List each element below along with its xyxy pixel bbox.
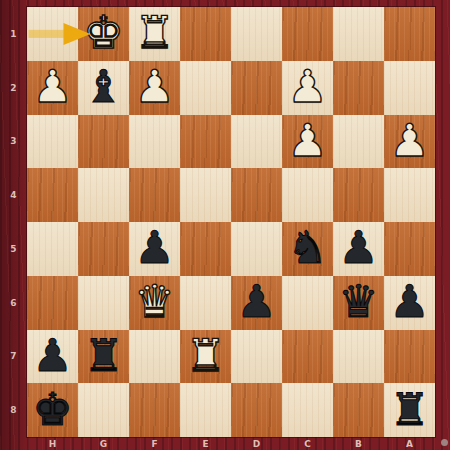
square-h3[interactable] xyxy=(27,115,78,169)
square-f3[interactable] xyxy=(129,115,180,169)
square-h1[interactable] xyxy=(27,7,78,61)
file-label-h: H xyxy=(27,437,78,450)
square-c3[interactable]: ♟ xyxy=(282,115,333,169)
square-b5[interactable]: ♟ xyxy=(333,222,384,276)
square-f1[interactable]: ♜ xyxy=(129,7,180,61)
piece-white-king[interactable]: ♚ xyxy=(83,10,123,55)
corner-dot[interactable] xyxy=(441,439,448,446)
square-g4[interactable] xyxy=(78,168,129,222)
square-e7[interactable]: ♜ xyxy=(180,330,231,384)
square-f7[interactable] xyxy=(129,330,180,384)
square-h6[interactable] xyxy=(27,276,78,330)
file-label-b: B xyxy=(333,437,384,450)
square-e6[interactable] xyxy=(180,276,231,330)
square-e8[interactable] xyxy=(180,383,231,437)
rank-label-1: 1 xyxy=(0,7,27,61)
square-d1[interactable] xyxy=(231,7,282,61)
piece-black-pawn[interactable]: ♟ xyxy=(32,333,72,378)
square-a1[interactable] xyxy=(384,7,435,61)
rank-labels: 12345678 xyxy=(0,7,27,437)
piece-black-pawn[interactable]: ♟ xyxy=(236,279,276,324)
file-label-d: D xyxy=(231,437,282,450)
square-e1[interactable] xyxy=(180,7,231,61)
piece-white-rook[interactable]: ♜ xyxy=(185,333,225,378)
square-c1[interactable] xyxy=(282,7,333,61)
piece-black-pawn[interactable]: ♟ xyxy=(338,225,378,270)
rank-label-4: 4 xyxy=(0,168,27,222)
piece-black-king[interactable]: ♚ xyxy=(32,387,72,432)
rank-label-6: 6 xyxy=(0,276,27,330)
square-h8[interactable]: ♚ xyxy=(27,383,78,437)
square-a5[interactable] xyxy=(384,222,435,276)
piece-black-bishop[interactable]: ♝ xyxy=(83,64,123,109)
square-a6[interactable]: ♟ xyxy=(384,276,435,330)
rank-label-2: 2 xyxy=(0,61,27,115)
square-h7[interactable]: ♟ xyxy=(27,330,78,384)
piece-white-rook[interactable]: ♜ xyxy=(134,10,174,55)
piece-black-queen[interactable]: ♛ xyxy=(338,279,378,324)
square-d8[interactable] xyxy=(231,383,282,437)
square-d4[interactable] xyxy=(231,168,282,222)
piece-black-knight[interactable]: ♞ xyxy=(287,225,327,270)
square-e4[interactable] xyxy=(180,168,231,222)
square-a2[interactable] xyxy=(384,61,435,115)
piece-black-pawn[interactable]: ♟ xyxy=(389,279,429,324)
piece-white-pawn[interactable]: ♟ xyxy=(287,118,327,163)
square-g3[interactable] xyxy=(78,115,129,169)
piece-black-rook[interactable]: ♜ xyxy=(389,387,429,432)
square-a8[interactable]: ♜ xyxy=(384,383,435,437)
square-g1[interactable]: ♚ xyxy=(78,7,129,61)
square-b6[interactable]: ♛ xyxy=(333,276,384,330)
file-label-a: A xyxy=(384,437,435,450)
square-f8[interactable] xyxy=(129,383,180,437)
square-g2[interactable]: ♝ xyxy=(78,61,129,115)
square-b2[interactable] xyxy=(333,61,384,115)
square-g5[interactable] xyxy=(78,222,129,276)
square-e2[interactable] xyxy=(180,61,231,115)
square-f6[interactable]: ♛ xyxy=(129,276,180,330)
square-c8[interactable] xyxy=(282,383,333,437)
chess-board-panel: 12345678 HGFEDCBA ♚♜♟♝♟♟♟♟♟♞♟♛♟♛♟♟♜♜♚♜ xyxy=(0,0,450,450)
square-d2[interactable] xyxy=(231,61,282,115)
rank-label-7: 7 xyxy=(0,330,27,384)
square-e3[interactable] xyxy=(180,115,231,169)
square-c2[interactable]: ♟ xyxy=(282,61,333,115)
square-h4[interactable] xyxy=(27,168,78,222)
file-label-g: G xyxy=(78,437,129,450)
square-a3[interactable]: ♟ xyxy=(384,115,435,169)
piece-black-rook[interactable]: ♜ xyxy=(83,333,123,378)
square-g6[interactable] xyxy=(78,276,129,330)
square-d6[interactable]: ♟ xyxy=(231,276,282,330)
square-b4[interactable] xyxy=(333,168,384,222)
square-g8[interactable] xyxy=(78,383,129,437)
chess-board: ♚♜♟♝♟♟♟♟♟♞♟♛♟♛♟♟♜♜♚♜ xyxy=(27,7,435,437)
square-d3[interactable] xyxy=(231,115,282,169)
square-c5[interactable]: ♞ xyxy=(282,222,333,276)
square-b1[interactable] xyxy=(333,7,384,61)
file-label-e: E xyxy=(180,437,231,450)
square-e5[interactable] xyxy=(180,222,231,276)
square-f5[interactable]: ♟ xyxy=(129,222,180,276)
square-g7[interactable]: ♜ xyxy=(78,330,129,384)
rank-label-8: 8 xyxy=(0,383,27,437)
square-b3[interactable] xyxy=(333,115,384,169)
rank-label-3: 3 xyxy=(0,115,27,169)
square-b8[interactable] xyxy=(333,383,384,437)
piece-white-pawn[interactable]: ♟ xyxy=(287,64,327,109)
square-d7[interactable] xyxy=(231,330,282,384)
square-h2[interactable]: ♟ xyxy=(27,61,78,115)
file-label-f: F xyxy=(129,437,180,450)
square-f4[interactable] xyxy=(129,168,180,222)
piece-black-pawn[interactable]: ♟ xyxy=(134,225,174,270)
file-label-c: C xyxy=(282,437,333,450)
file-labels: HGFEDCBA xyxy=(27,437,435,450)
square-b7[interactable] xyxy=(333,330,384,384)
square-c7[interactable] xyxy=(282,330,333,384)
square-f2[interactable]: ♟ xyxy=(129,61,180,115)
piece-white-pawn[interactable]: ♟ xyxy=(389,118,429,163)
square-h5[interactable] xyxy=(27,222,78,276)
square-a7[interactable] xyxy=(384,330,435,384)
square-c4[interactable] xyxy=(282,168,333,222)
rank-label-5: 5 xyxy=(0,222,27,276)
piece-white-pawn[interactable]: ♟ xyxy=(134,64,174,109)
square-d5[interactable] xyxy=(231,222,282,276)
piece-white-pawn[interactable]: ♟ xyxy=(32,64,72,109)
square-c6[interactable] xyxy=(282,276,333,330)
piece-white-queen[interactable]: ♛ xyxy=(134,279,174,324)
square-a4[interactable] xyxy=(384,168,435,222)
